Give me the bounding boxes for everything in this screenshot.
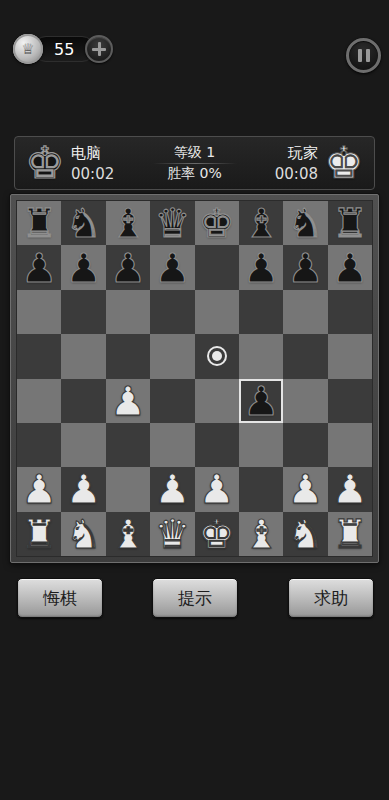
player-info: 玩家 00:08: [275, 144, 318, 183]
square-h1[interactable]: ♜: [328, 512, 372, 556]
square-c8[interactable]: ♝: [106, 201, 150, 245]
white-bishop-c1: ♝: [110, 514, 146, 554]
square-b6[interactable]: [61, 290, 105, 334]
board-frame: ♜♞♝♛♚♝♞♜♟♟♟♟♟♟♟♟♟♟♟♟♟♟♟♜♞♝♛♚♝♞♜: [10, 194, 379, 563]
black-pawn-f4: ♟: [243, 381, 279, 421]
square-a4[interactable]: [17, 379, 61, 423]
computer-info: 电脑 00:02: [71, 144, 114, 183]
white-pawn-h2: ♟: [332, 469, 368, 509]
square-h2[interactable]: ♟: [328, 467, 372, 511]
white-bishop-f1: ♝: [243, 514, 279, 554]
help-button[interactable]: 求助: [288, 578, 374, 618]
square-d2[interactable]: ♟: [150, 467, 194, 511]
plus-icon: [98, 42, 101, 56]
square-a6[interactable]: [17, 290, 61, 334]
black-bishop-f8: ♝: [243, 203, 279, 243]
square-e3[interactable]: [195, 423, 239, 467]
black-pawn-a7: ♟: [21, 248, 57, 288]
square-e6[interactable]: [195, 290, 239, 334]
black-king-icon: ♚: [19, 136, 71, 190]
win-rate-label: 胜率 0%: [167, 165, 222, 183]
square-f5[interactable]: [239, 334, 283, 378]
square-g2[interactable]: ♟: [283, 467, 327, 511]
square-a3[interactable]: [17, 423, 61, 467]
black-pawn-c7: ♟: [110, 248, 146, 288]
square-e8[interactable]: ♚: [195, 201, 239, 245]
square-g6[interactable]: [283, 290, 327, 334]
square-b7[interactable]: ♟: [61, 245, 105, 289]
coin-count: 55: [54, 40, 74, 59]
level-label: 等级 1: [174, 144, 215, 162]
black-pawn-f7: ♟: [243, 248, 279, 288]
square-a2[interactable]: ♟: [17, 467, 61, 511]
square-g1[interactable]: ♞: [283, 512, 327, 556]
square-h3[interactable]: [328, 423, 372, 467]
undo-move-button[interactable]: 悔棋: [17, 578, 103, 618]
square-g8[interactable]: ♞: [283, 201, 327, 245]
black-pawn-h7: ♟: [332, 248, 368, 288]
square-h7[interactable]: ♟: [328, 245, 372, 289]
crown-glyph: ♕: [21, 42, 34, 57]
white-pawn-e2: ♟: [199, 469, 235, 509]
square-h4[interactable]: [328, 379, 372, 423]
square-g7[interactable]: ♟: [283, 245, 327, 289]
pause-icon: [358, 49, 370, 62]
square-b3[interactable]: [61, 423, 105, 467]
square-c7[interactable]: ♟: [106, 245, 150, 289]
black-pawn-g7: ♟: [288, 248, 324, 288]
square-f2[interactable]: [239, 467, 283, 511]
square-f3[interactable]: [239, 423, 283, 467]
black-knight-b8: ♞: [66, 203, 102, 243]
pause-button[interactable]: [346, 38, 381, 73]
square-f8[interactable]: ♝: [239, 201, 283, 245]
square-e5[interactable]: [195, 334, 239, 378]
square-c5[interactable]: [106, 334, 150, 378]
square-b2[interactable]: ♟: [61, 467, 105, 511]
white-queen-d1: ♛: [154, 514, 190, 554]
square-c2[interactable]: [106, 467, 150, 511]
scoreboard-panel: ♚ 电脑 00:02 等级 1 胜率 0% 玩家 00:08 ♚: [14, 136, 375, 190]
square-c4[interactable]: ♟: [106, 379, 150, 423]
player-time: 00:08: [275, 165, 318, 183]
square-g5[interactable]: [283, 334, 327, 378]
coin-balance: ♕ 55: [13, 34, 113, 64]
white-king-e1: ♚: [199, 514, 235, 554]
square-d8[interactable]: ♛: [150, 201, 194, 245]
square-c1[interactable]: ♝: [106, 512, 150, 556]
computer-time: 00:02: [71, 165, 114, 183]
square-h5[interactable]: [328, 334, 372, 378]
square-c3[interactable]: [106, 423, 150, 467]
square-d5[interactable]: [150, 334, 194, 378]
black-king-e8: ♚: [199, 203, 235, 243]
white-knight-b1: ♞: [66, 514, 102, 554]
square-d3[interactable]: [150, 423, 194, 467]
square-d1[interactable]: ♛: [150, 512, 194, 556]
black-rook-h8: ♜: [332, 203, 368, 243]
square-h6[interactable]: [328, 290, 372, 334]
square-f1[interactable]: ♝: [239, 512, 283, 556]
square-f6[interactable]: [239, 290, 283, 334]
white-pawn-b2: ♟: [66, 469, 102, 509]
white-king-icon: ♚: [318, 136, 370, 190]
white-rook-h1: ♜: [332, 514, 368, 554]
square-e1[interactable]: ♚: [195, 512, 239, 556]
square-a8[interactable]: ♜: [17, 201, 61, 245]
black-knight-g8: ♞: [288, 203, 324, 243]
square-b1[interactable]: ♞: [61, 512, 105, 556]
white-pawn-d2: ♟: [154, 469, 190, 509]
black-pawn-d7: ♟: [154, 248, 190, 288]
add-coins-button[interactable]: [85, 35, 113, 63]
square-d7[interactable]: ♟: [150, 245, 194, 289]
black-queen-d8: ♛: [154, 203, 190, 243]
app-screen: ♕ 55 ♚ 电脑 00:02 等级 1 胜率 0% 玩家 00:08 ♚: [0, 0, 389, 800]
white-pawn-g2: ♟: [288, 469, 324, 509]
white-rook-a1: ♜: [21, 514, 57, 554]
square-d4[interactable]: [150, 379, 194, 423]
square-f4[interactable]: ♟: [239, 379, 283, 423]
square-b5[interactable]: [61, 334, 105, 378]
square-b4[interactable]: [61, 379, 105, 423]
square-g3[interactable]: [283, 423, 327, 467]
match-info: 等级 1 胜率 0%: [114, 144, 275, 183]
black-bishop-c8: ♝: [110, 203, 146, 243]
square-a7[interactable]: ♟: [17, 245, 61, 289]
hint-button[interactable]: 提示: [152, 578, 238, 618]
square-e4[interactable]: [195, 379, 239, 423]
black-pawn-b7: ♟: [66, 248, 102, 288]
square-a1[interactable]: ♜: [17, 512, 61, 556]
divider: [153, 163, 237, 164]
square-f7[interactable]: ♟: [239, 245, 283, 289]
square-e7[interactable]: [195, 245, 239, 289]
square-e2[interactable]: ♟: [195, 467, 239, 511]
player-name: 玩家: [288, 144, 318, 163]
crown-coin-icon: ♕: [13, 34, 43, 64]
white-knight-g1: ♞: [288, 514, 324, 554]
square-d6[interactable]: [150, 290, 194, 334]
square-b8[interactable]: ♞: [61, 201, 105, 245]
square-h8[interactable]: ♜: [328, 201, 372, 245]
square-c6[interactable]: [106, 290, 150, 334]
black-rook-a8: ♜: [21, 203, 57, 243]
last-move-origin-marker: [207, 346, 227, 366]
white-pawn-a2: ♟: [21, 469, 57, 509]
computer-name: 电脑: [71, 144, 114, 163]
square-g4[interactable]: [283, 379, 327, 423]
square-a5[interactable]: [17, 334, 61, 378]
chess-board: ♜♞♝♛♚♝♞♜♟♟♟♟♟♟♟♟♟♟♟♟♟♟♟♜♞♝♛♚♝♞♜: [17, 201, 372, 556]
white-pawn-c4: ♟: [110, 381, 146, 421]
